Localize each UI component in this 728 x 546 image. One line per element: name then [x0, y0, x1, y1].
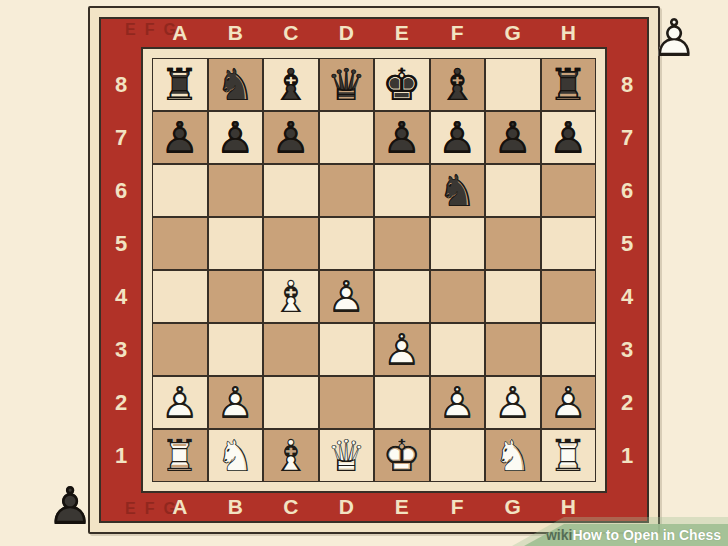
piece-white-pawn-f2[interactable]: ♟♙ [433, 378, 481, 428]
square-b3[interactable] [208, 323, 264, 376]
piece-black-bishop-c8[interactable]: ♝♗ [267, 60, 315, 110]
knight-outline-icon: ♘ [211, 60, 259, 110]
square-a8[interactable]: ♜♖ [152, 58, 208, 111]
file-labels-top: ABCDEFGH [152, 19, 596, 47]
pawn-outline-icon: ♙ [267, 113, 315, 163]
rank-label-8: 8 [607, 58, 647, 111]
square-g1[interactable]: ♞♘ [485, 429, 541, 482]
square-b2[interactable]: ♟♙ [208, 376, 264, 429]
piece-white-rook-h1[interactable]: ♜♖ [544, 431, 592, 481]
file-label-d: D [319, 493, 375, 521]
rank-label-3: 3 [101, 323, 141, 376]
rook-outline-icon: ♖ [156, 60, 204, 110]
king-outline-icon: ♔ [378, 431, 426, 481]
bishop-outline-icon: ♗ [267, 272, 315, 322]
pawn-outline-icon: ♙ [211, 113, 259, 163]
piece-black-pawn-a7[interactable]: ♟♙ [156, 113, 204, 163]
file-label-c: C [263, 19, 319, 47]
rook-outline-icon: ♖ [544, 60, 592, 110]
rank-label-6: 6 [607, 164, 647, 217]
rank-labels-left: 87654321 [101, 58, 141, 482]
rank-label-4: 4 [607, 270, 647, 323]
piece-black-knight-b8[interactable]: ♞♘ [211, 60, 259, 110]
square-a1[interactable]: ♜♖ [152, 429, 208, 482]
square-h5[interactable] [541, 217, 597, 270]
rank-labels-right: 87654321 [607, 58, 647, 482]
square-h1[interactable]: ♜♖ [541, 429, 597, 482]
file-label-d: D [319, 19, 375, 47]
file-label-a: A [152, 493, 208, 521]
file-label-f: F [430, 493, 486, 521]
bishop-outline-icon: ♗ [433, 60, 481, 110]
square-a3[interactable] [152, 323, 208, 376]
piece-black-pawn-h7[interactable]: ♟♙ [544, 113, 592, 163]
square-g4[interactable] [485, 270, 541, 323]
square-e4[interactable] [374, 270, 430, 323]
pawn-outline-icon: ♙ [322, 272, 370, 322]
piece-white-pawn-b2[interactable]: ♟♙ [211, 378, 259, 428]
square-h2[interactable]: ♟♙ [541, 376, 597, 429]
piece-white-pawn-h2[interactable]: ♟♙ [544, 378, 592, 428]
piece-white-pawn-e3[interactable]: ♟♙ [378, 325, 426, 375]
rank-label-1: 1 [101, 429, 141, 482]
square-h4[interactable] [541, 270, 597, 323]
square-a5[interactable] [152, 217, 208, 270]
square-g7[interactable]: ♟♙ [485, 111, 541, 164]
piece-black-pawn-c7[interactable]: ♟♙ [267, 113, 315, 163]
board-squares: ♜♖♞♘♝♗♛♕♚♔♝♗♜♖♟♙♟♙♟♙♟♙♟♙♟♙♟♙♞♘♝♗♟♙♟♙♟♙♟♙… [152, 58, 596, 482]
piece-black-bishop-f8[interactable]: ♝♗ [433, 60, 481, 110]
piece-black-pawn-e7[interactable]: ♟♙ [378, 113, 426, 163]
square-f7[interactable]: ♟♙ [430, 111, 486, 164]
rank-label-1: 1 [607, 429, 647, 482]
rook-outline-icon: ♖ [544, 431, 592, 481]
piece-black-pawn-f7[interactable]: ♟♙ [433, 113, 481, 163]
piece-white-queen-d1[interactable]: ♛♕ [322, 431, 370, 481]
rank-label-5: 5 [101, 217, 141, 270]
knight-outline-icon: ♘ [489, 431, 537, 481]
piece-black-rook-h8[interactable]: ♜♖ [544, 60, 592, 110]
square-f5[interactable] [430, 217, 486, 270]
square-g8[interactable] [485, 58, 541, 111]
rank-label-2: 2 [607, 376, 647, 429]
square-c6[interactable] [263, 164, 319, 217]
piece-white-rook-a1[interactable]: ♜♖ [156, 431, 204, 481]
piece-black-rook-a8[interactable]: ♜♖ [156, 60, 204, 110]
file-label-h: H [541, 19, 597, 47]
bishop-outline-icon: ♗ [267, 60, 315, 110]
square-g6[interactable] [485, 164, 541, 217]
pawn-outline-icon: ♙ [378, 325, 426, 375]
square-f6[interactable]: ♞♘ [430, 164, 486, 217]
square-b7[interactable]: ♟♙ [208, 111, 264, 164]
rank-label-5: 5 [607, 217, 647, 270]
square-f1[interactable] [430, 429, 486, 482]
square-a6[interactable] [152, 164, 208, 217]
rank-label-7: 7 [607, 111, 647, 164]
piece-white-pawn-g2[interactable]: ♟♙ [489, 378, 537, 428]
square-f2[interactable]: ♟♙ [430, 376, 486, 429]
rank-label-7: 7 [101, 111, 141, 164]
square-d4[interactable]: ♟♙ [319, 270, 375, 323]
king-outline-icon: ♔ [378, 60, 426, 110]
square-b8[interactable]: ♞♘ [208, 58, 264, 111]
square-e7[interactable]: ♟♙ [374, 111, 430, 164]
piece-white-knight-b1[interactable]: ♞♘ [211, 431, 259, 481]
chess-board-red-border: EFG EFG ABCDEFGH ABCDEFGH 87654321 87654… [99, 17, 649, 523]
square-d3[interactable] [319, 323, 375, 376]
bishop-outline-icon: ♗ [267, 431, 315, 481]
file-label-f: F [430, 19, 486, 47]
pawn-outline-icon: ♙ [544, 378, 592, 428]
rank-label-3: 3 [607, 323, 647, 376]
queen-outline-icon: ♕ [322, 431, 370, 481]
square-b4[interactable] [208, 270, 264, 323]
square-g2[interactable]: ♟♙ [485, 376, 541, 429]
piece-white-knight-g1[interactable]: ♞♘ [489, 431, 537, 481]
square-b5[interactable] [208, 217, 264, 270]
square-c1[interactable]: ♝♗ [263, 429, 319, 482]
piece-white-king-e1[interactable]: ♚♔ [378, 431, 426, 481]
square-e2[interactable] [374, 376, 430, 429]
decorative-white-pawn: ♟♙ [648, 10, 700, 66]
square-g5[interactable] [485, 217, 541, 270]
chess-board-frame: EFG EFG ABCDEFGH ABCDEFGH 87654321 87654… [88, 6, 660, 534]
square-a4[interactable] [152, 270, 208, 323]
file-label-h: H [541, 493, 597, 521]
file-label-e: E [374, 493, 430, 521]
piece-black-knight-f6[interactable]: ♞♘ [433, 166, 481, 216]
file-labels-bottom: ABCDEFGH [152, 493, 596, 521]
square-f3[interactable] [430, 323, 486, 376]
square-g3[interactable] [485, 323, 541, 376]
pawn-outline-icon: ♙ [44, 478, 96, 534]
rook-outline-icon: ♖ [156, 431, 204, 481]
square-e5[interactable] [374, 217, 430, 270]
piece-white-bishop-c1[interactable]: ♝♗ [267, 431, 315, 481]
piece-black-pawn: ♟♙ [44, 478, 96, 534]
square-h7[interactable]: ♟♙ [541, 111, 597, 164]
square-b1[interactable]: ♞♘ [208, 429, 264, 482]
piece-white-pawn-d4[interactable]: ♟♙ [322, 272, 370, 322]
pawn-outline-icon: ♙ [211, 378, 259, 428]
file-label-e: E [374, 19, 430, 47]
piece-black-pawn-g7[interactable]: ♟♙ [489, 113, 537, 163]
pawn-outline-icon: ♙ [433, 378, 481, 428]
watermark-title: How to Open in Chess [572, 527, 721, 543]
pawn-outline-icon: ♙ [433, 113, 481, 163]
pawn-outline-icon: ♙ [489, 378, 537, 428]
square-f8[interactable]: ♝♗ [430, 58, 486, 111]
pawn-outline-icon: ♙ [378, 113, 426, 163]
piece-white-pawn-a2[interactable]: ♟♙ [156, 378, 204, 428]
square-c3[interactable] [263, 323, 319, 376]
piece-white-bishop-c4[interactable]: ♝♗ [267, 272, 315, 322]
square-a7[interactable]: ♟♙ [152, 111, 208, 164]
square-a2[interactable]: ♟♙ [152, 376, 208, 429]
knight-outline-icon: ♘ [211, 431, 259, 481]
square-e1[interactable]: ♚♔ [374, 429, 430, 482]
square-c5[interactable] [263, 217, 319, 270]
pawn-outline-icon: ♙ [156, 113, 204, 163]
piece-black-pawn-b7[interactable]: ♟♙ [211, 113, 259, 163]
square-c4[interactable]: ♝♗ [263, 270, 319, 323]
rank-label-6: 6 [101, 164, 141, 217]
pawn-outline-icon: ♙ [156, 378, 204, 428]
pawn-outline-icon: ♙ [489, 113, 537, 163]
file-label-g: G [485, 19, 541, 47]
square-b6[interactable] [208, 164, 264, 217]
square-h3[interactable] [541, 323, 597, 376]
decorative-black-pawn: ♟♙ [44, 478, 96, 534]
square-c2[interactable] [263, 376, 319, 429]
square-e6[interactable] [374, 164, 430, 217]
square-d2[interactable] [319, 376, 375, 429]
square-h8[interactable]: ♜♖ [541, 58, 597, 111]
pawn-outline-icon: ♙ [648, 10, 700, 66]
square-d8[interactable]: ♛♕ [319, 58, 375, 111]
pawn-outline-icon: ♙ [544, 113, 592, 163]
square-d7[interactable] [319, 111, 375, 164]
file-label-b: B [208, 493, 264, 521]
rank-label-4: 4 [101, 270, 141, 323]
square-e3[interactable]: ♟♙ [374, 323, 430, 376]
square-h6[interactable] [541, 164, 597, 217]
piece-black-king-e8[interactable]: ♚♔ [378, 60, 426, 110]
piece-white-pawn: ♟♙ [648, 10, 700, 66]
file-label-a: A [152, 19, 208, 47]
file-label-b: B [208, 19, 264, 47]
square-c7[interactable]: ♟♙ [263, 111, 319, 164]
square-d6[interactable] [319, 164, 375, 217]
knight-outline-icon: ♘ [433, 166, 481, 216]
rank-label-8: 8 [101, 58, 141, 111]
square-d1[interactable]: ♛♕ [319, 429, 375, 482]
chess-board-inner-bevel: ♜♖♞♘♝♗♛♕♚♔♝♗♜♖♟♙♟♙♟♙♟♙♟♙♟♙♟♙♞♘♝♗♟♙♟♙♟♙♟♙… [141, 47, 607, 493]
square-c8[interactable]: ♝♗ [263, 58, 319, 111]
square-d5[interactable] [319, 217, 375, 270]
square-e8[interactable]: ♚♔ [374, 58, 430, 111]
file-label-c: C [263, 493, 319, 521]
square-f4[interactable] [430, 270, 486, 323]
wikihow-chess-illustration: EFG EFG ABCDEFGH ABCDEFGH 87654321 87654… [0, 0, 728, 546]
file-label-g: G [485, 493, 541, 521]
rank-label-2: 2 [101, 376, 141, 429]
queen-outline-icon: ♕ [322, 60, 370, 110]
piece-black-queen-d8[interactable]: ♛♕ [322, 60, 370, 110]
